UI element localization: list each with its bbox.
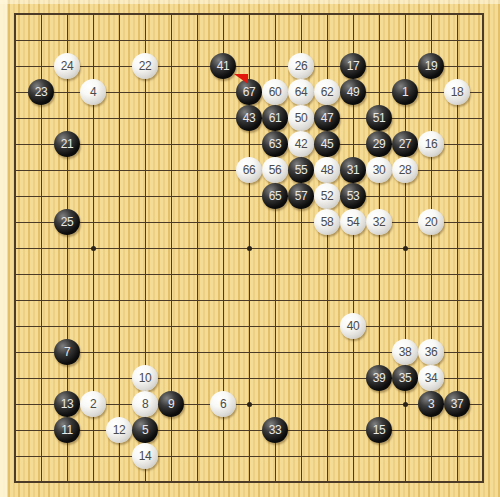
intersection-C13[interactable] (54, 157, 80, 183)
intersection-P19[interactable] (366, 1, 392, 27)
intersection-G13[interactable] (158, 157, 184, 183)
intersection-R13[interactable] (418, 157, 444, 183)
intersection-O11[interactable]: 54 (340, 209, 366, 235)
intersection-K4[interactable] (236, 391, 262, 417)
intersection-M5[interactable] (288, 365, 314, 391)
intersection-N2[interactable] (314, 443, 340, 469)
intersection-C7[interactable] (54, 313, 80, 339)
intersection-R10[interactable] (418, 235, 444, 261)
intersection-F9[interactable] (132, 261, 158, 287)
intersection-H13[interactable] (184, 157, 210, 183)
intersection-K9[interactable] (236, 261, 262, 287)
intersection-S9[interactable] (444, 261, 470, 287)
intersection-R8[interactable] (418, 287, 444, 313)
intersection-T7[interactable] (470, 313, 496, 339)
intersection-K15[interactable]: 43 (236, 105, 262, 131)
intersection-F6[interactable] (132, 339, 158, 365)
intersection-N5[interactable] (314, 365, 340, 391)
intersection-G15[interactable] (158, 105, 184, 131)
intersection-N9[interactable] (314, 261, 340, 287)
intersection-O2[interactable] (340, 443, 366, 469)
intersection-R11[interactable]: 20 (418, 209, 444, 235)
intersection-K7[interactable] (236, 313, 262, 339)
intersection-E10[interactable] (106, 235, 132, 261)
intersection-D11[interactable] (80, 209, 106, 235)
intersection-S4[interactable]: 37 (444, 391, 470, 417)
intersection-B4[interactable] (28, 391, 54, 417)
intersection-M13[interactable]: 55 (288, 157, 314, 183)
intersection-C17[interactable]: 24 (54, 53, 80, 79)
intersection-O9[interactable] (340, 261, 366, 287)
intersection-M12[interactable]: 57 (288, 183, 314, 209)
intersection-L13[interactable]: 56 (262, 157, 288, 183)
intersection-M19[interactable] (288, 1, 314, 27)
intersection-C18[interactable] (54, 27, 80, 53)
intersection-L15[interactable]: 61 (262, 105, 288, 131)
intersection-B1[interactable] (28, 469, 54, 495)
intersection-B11[interactable] (28, 209, 54, 235)
intersection-S12[interactable] (444, 183, 470, 209)
intersection-H19[interactable] (184, 1, 210, 27)
intersection-L4[interactable] (262, 391, 288, 417)
intersection-Q18[interactable] (392, 27, 418, 53)
intersection-R4[interactable]: 3 (418, 391, 444, 417)
intersection-Q7[interactable] (392, 313, 418, 339)
intersection-M2[interactable] (288, 443, 314, 469)
intersection-H6[interactable] (184, 339, 210, 365)
intersection-R16[interactable] (418, 79, 444, 105)
intersection-S5[interactable] (444, 365, 470, 391)
intersection-N19[interactable] (314, 1, 340, 27)
intersection-H12[interactable] (184, 183, 210, 209)
intersection-B3[interactable] (28, 417, 54, 443)
intersection-H11[interactable] (184, 209, 210, 235)
intersection-L2[interactable] (262, 443, 288, 469)
intersection-K12[interactable] (236, 183, 262, 209)
intersection-K13[interactable]: 66 (236, 157, 262, 183)
intersection-Q13[interactable]: 28 (392, 157, 418, 183)
intersection-E6[interactable] (106, 339, 132, 365)
intersection-N8[interactable] (314, 287, 340, 313)
intersection-B19[interactable] (28, 1, 54, 27)
intersection-P5[interactable]: 39 (366, 365, 392, 391)
intersection-F3[interactable]: 5 (132, 417, 158, 443)
intersection-R17[interactable]: 19 (418, 53, 444, 79)
intersection-K10[interactable] (236, 235, 262, 261)
intersection-D12[interactable] (80, 183, 106, 209)
intersection-M11[interactable] (288, 209, 314, 235)
intersection-P7[interactable] (366, 313, 392, 339)
intersection-Q12[interactable] (392, 183, 418, 209)
intersection-E3[interactable]: 12 (106, 417, 132, 443)
intersection-B18[interactable] (28, 27, 54, 53)
intersection-H2[interactable] (184, 443, 210, 469)
intersection-G7[interactable] (158, 313, 184, 339)
intersection-N7[interactable] (314, 313, 340, 339)
intersection-L18[interactable] (262, 27, 288, 53)
intersection-P18[interactable] (366, 27, 392, 53)
intersection-S11[interactable] (444, 209, 470, 235)
intersection-G11[interactable] (158, 209, 184, 235)
intersection-L14[interactable]: 63 (262, 131, 288, 157)
intersection-F12[interactable] (132, 183, 158, 209)
intersection-S3[interactable] (444, 417, 470, 443)
intersection-T18[interactable] (470, 27, 496, 53)
intersection-K6[interactable] (236, 339, 262, 365)
intersection-F11[interactable] (132, 209, 158, 235)
intersection-B7[interactable] (28, 313, 54, 339)
intersection-K2[interactable] (236, 443, 262, 469)
intersection-T8[interactable] (470, 287, 496, 313)
intersection-R9[interactable] (418, 261, 444, 287)
intersection-R12[interactable] (418, 183, 444, 209)
intersection-T2[interactable] (470, 443, 496, 469)
intersection-K8[interactable] (236, 287, 262, 313)
intersection-R7[interactable] (418, 313, 444, 339)
intersection-H17[interactable] (184, 53, 210, 79)
intersection-C3[interactable]: 11 (54, 417, 80, 443)
intersection-J18[interactable] (210, 27, 236, 53)
intersection-P6[interactable] (366, 339, 392, 365)
intersection-M9[interactable] (288, 261, 314, 287)
intersection-J1[interactable] (210, 469, 236, 495)
intersection-N10[interactable] (314, 235, 340, 261)
intersection-D9[interactable] (80, 261, 106, 287)
intersection-L17[interactable] (262, 53, 288, 79)
intersection-P8[interactable] (366, 287, 392, 313)
intersection-O8[interactable] (340, 287, 366, 313)
intersection-D3[interactable] (80, 417, 106, 443)
intersection-H9[interactable] (184, 261, 210, 287)
intersection-N11[interactable]: 58 (314, 209, 340, 235)
intersection-O4[interactable] (340, 391, 366, 417)
intersection-L5[interactable] (262, 365, 288, 391)
intersection-P2[interactable] (366, 443, 392, 469)
intersection-T19[interactable] (470, 1, 496, 27)
intersection-D16[interactable]: 4 (80, 79, 106, 105)
intersection-G18[interactable] (158, 27, 184, 53)
intersection-T15[interactable] (470, 105, 496, 131)
intersection-T4[interactable] (470, 391, 496, 417)
intersection-D13[interactable] (80, 157, 106, 183)
intersection-P12[interactable] (366, 183, 392, 209)
intersection-S17[interactable] (444, 53, 470, 79)
intersection-N15[interactable]: 47 (314, 105, 340, 131)
intersection-J19[interactable] (210, 1, 236, 27)
intersection-M18[interactable] (288, 27, 314, 53)
intersection-E9[interactable] (106, 261, 132, 287)
intersection-P16[interactable] (366, 79, 392, 105)
intersection-K11[interactable] (236, 209, 262, 235)
intersection-B10[interactable] (28, 235, 54, 261)
intersection-B17[interactable] (28, 53, 54, 79)
intersection-T10[interactable] (470, 235, 496, 261)
intersection-F2[interactable]: 14 (132, 443, 158, 469)
intersection-C1[interactable] (54, 469, 80, 495)
intersection-B13[interactable] (28, 157, 54, 183)
intersection-H5[interactable] (184, 365, 210, 391)
intersection-O13[interactable]: 31 (340, 157, 366, 183)
intersection-D15[interactable] (80, 105, 106, 131)
intersection-C12[interactable] (54, 183, 80, 209)
intersection-O1[interactable] (340, 469, 366, 495)
intersection-L7[interactable] (262, 313, 288, 339)
intersection-K1[interactable] (236, 469, 262, 495)
intersection-N12[interactable]: 52 (314, 183, 340, 209)
intersection-C2[interactable] (54, 443, 80, 469)
intersection-R14[interactable]: 16 (418, 131, 444, 157)
intersection-O14[interactable] (340, 131, 366, 157)
intersection-F18[interactable] (132, 27, 158, 53)
intersection-F19[interactable] (132, 1, 158, 27)
intersection-C5[interactable] (54, 365, 80, 391)
intersection-J12[interactable] (210, 183, 236, 209)
intersection-C15[interactable] (54, 105, 80, 131)
intersection-T16[interactable] (470, 79, 496, 105)
intersection-H8[interactable] (184, 287, 210, 313)
intersection-C8[interactable] (54, 287, 80, 313)
intersection-M7[interactable] (288, 313, 314, 339)
intersection-J6[interactable] (210, 339, 236, 365)
intersection-D1[interactable] (80, 469, 106, 495)
intersection-J17[interactable]: 41 (210, 53, 236, 79)
intersection-L8[interactable] (262, 287, 288, 313)
intersection-O17[interactable]: 17 (340, 53, 366, 79)
intersection-M8[interactable] (288, 287, 314, 313)
intersection-C16[interactable] (54, 79, 80, 105)
intersection-P11[interactable]: 32 (366, 209, 392, 235)
intersection-S2[interactable] (444, 443, 470, 469)
intersection-L9[interactable] (262, 261, 288, 287)
intersection-H4[interactable] (184, 391, 210, 417)
intersection-E18[interactable] (106, 27, 132, 53)
intersection-D10[interactable] (80, 235, 106, 261)
intersection-M17[interactable]: 26 (288, 53, 314, 79)
intersection-E1[interactable] (106, 469, 132, 495)
intersection-H10[interactable] (184, 235, 210, 261)
intersection-P14[interactable]: 29 (366, 131, 392, 157)
intersection-T1[interactable] (470, 469, 496, 495)
intersection-Q5[interactable]: 35 (392, 365, 418, 391)
intersection-D14[interactable] (80, 131, 106, 157)
intersection-L12[interactable]: 65 (262, 183, 288, 209)
intersection-Q4[interactable] (392, 391, 418, 417)
intersection-S18[interactable] (444, 27, 470, 53)
intersection-K14[interactable] (236, 131, 262, 157)
intersection-T6[interactable] (470, 339, 496, 365)
intersection-R5[interactable]: 34 (418, 365, 444, 391)
intersection-Q2[interactable] (392, 443, 418, 469)
intersection-J3[interactable] (210, 417, 236, 443)
intersection-D18[interactable] (80, 27, 106, 53)
intersection-P13[interactable]: 30 (366, 157, 392, 183)
intersection-J14[interactable] (210, 131, 236, 157)
intersection-K18[interactable] (236, 27, 262, 53)
intersection-O7[interactable]: 40 (340, 313, 366, 339)
intersection-T13[interactable] (470, 157, 496, 183)
intersection-Q19[interactable] (392, 1, 418, 27)
intersection-B2[interactable] (28, 443, 54, 469)
intersection-P3[interactable]: 15 (366, 417, 392, 443)
intersection-F14[interactable] (132, 131, 158, 157)
intersection-F8[interactable] (132, 287, 158, 313)
intersection-J13[interactable] (210, 157, 236, 183)
intersection-M3[interactable] (288, 417, 314, 443)
intersection-M1[interactable] (288, 469, 314, 495)
intersection-L11[interactable] (262, 209, 288, 235)
intersection-O18[interactable] (340, 27, 366, 53)
intersection-Q10[interactable] (392, 235, 418, 261)
intersection-N3[interactable] (314, 417, 340, 443)
intersection-D6[interactable] (80, 339, 106, 365)
intersection-K17[interactable] (236, 53, 262, 79)
intersection-Q9[interactable] (392, 261, 418, 287)
intersection-M15[interactable]: 50 (288, 105, 314, 131)
intersection-G9[interactable] (158, 261, 184, 287)
intersection-F5[interactable]: 10 (132, 365, 158, 391)
intersection-C6[interactable]: 7 (54, 339, 80, 365)
intersection-P9[interactable] (366, 261, 392, 287)
intersection-J11[interactable] (210, 209, 236, 235)
intersection-N6[interactable] (314, 339, 340, 365)
intersection-R18[interactable] (418, 27, 444, 53)
intersection-J10[interactable] (210, 235, 236, 261)
intersection-D2[interactable] (80, 443, 106, 469)
intersection-H7[interactable] (184, 313, 210, 339)
intersection-M6[interactable] (288, 339, 314, 365)
intersection-J8[interactable] (210, 287, 236, 313)
intersection-Q6[interactable]: 38 (392, 339, 418, 365)
intersection-E14[interactable] (106, 131, 132, 157)
intersection-H16[interactable] (184, 79, 210, 105)
intersection-T3[interactable] (470, 417, 496, 443)
intersection-N13[interactable]: 48 (314, 157, 340, 183)
intersection-Q8[interactable] (392, 287, 418, 313)
intersection-M14[interactable]: 42 (288, 131, 314, 157)
intersection-R3[interactable] (418, 417, 444, 443)
intersection-G12[interactable] (158, 183, 184, 209)
intersection-F16[interactable] (132, 79, 158, 105)
intersection-B16[interactable]: 23 (28, 79, 54, 105)
intersection-J2[interactable] (210, 443, 236, 469)
intersection-S6[interactable] (444, 339, 470, 365)
intersection-T9[interactable] (470, 261, 496, 287)
intersection-C11[interactable]: 25 (54, 209, 80, 235)
intersection-G2[interactable] (158, 443, 184, 469)
intersection-G5[interactable] (158, 365, 184, 391)
intersection-E17[interactable] (106, 53, 132, 79)
intersection-N18[interactable] (314, 27, 340, 53)
intersection-N1[interactable] (314, 469, 340, 495)
intersection-S7[interactable] (444, 313, 470, 339)
intersection-R1[interactable] (418, 469, 444, 495)
intersection-S19[interactable] (444, 1, 470, 27)
intersection-G3[interactable] (158, 417, 184, 443)
intersection-F15[interactable] (132, 105, 158, 131)
intersection-T12[interactable] (470, 183, 496, 209)
intersection-P17[interactable] (366, 53, 392, 79)
intersection-G8[interactable] (158, 287, 184, 313)
intersection-N17[interactable] (314, 53, 340, 79)
intersection-Q11[interactable] (392, 209, 418, 235)
intersection-F4[interactable]: 8 (132, 391, 158, 417)
intersection-S15[interactable] (444, 105, 470, 131)
intersection-O19[interactable] (340, 1, 366, 27)
intersection-F13[interactable] (132, 157, 158, 183)
intersection-B12[interactable] (28, 183, 54, 209)
intersection-R15[interactable] (418, 105, 444, 131)
intersection-H3[interactable] (184, 417, 210, 443)
intersection-C14[interactable]: 21 (54, 131, 80, 157)
intersection-R19[interactable] (418, 1, 444, 27)
intersection-S13[interactable] (444, 157, 470, 183)
intersection-L1[interactable] (262, 469, 288, 495)
intersection-O15[interactable] (340, 105, 366, 131)
intersection-B15[interactable] (28, 105, 54, 131)
intersection-J5[interactable] (210, 365, 236, 391)
intersection-R6[interactable]: 36 (418, 339, 444, 365)
intersection-B5[interactable] (28, 365, 54, 391)
intersection-T5[interactable] (470, 365, 496, 391)
intersection-K19[interactable] (236, 1, 262, 27)
intersection-E11[interactable] (106, 209, 132, 235)
intersection-F1[interactable] (132, 469, 158, 495)
intersection-Q14[interactable]: 27 (392, 131, 418, 157)
intersection-O10[interactable] (340, 235, 366, 261)
intersection-C19[interactable] (54, 1, 80, 27)
intersection-H15[interactable] (184, 105, 210, 131)
intersection-L19[interactable] (262, 1, 288, 27)
intersection-E5[interactable] (106, 365, 132, 391)
intersection-G17[interactable] (158, 53, 184, 79)
intersection-J9[interactable] (210, 261, 236, 287)
intersection-O3[interactable] (340, 417, 366, 443)
intersection-Q3[interactable] (392, 417, 418, 443)
intersection-F17[interactable]: 22 (132, 53, 158, 79)
intersection-B8[interactable] (28, 287, 54, 313)
intersection-N4[interactable] (314, 391, 340, 417)
intersection-F10[interactable] (132, 235, 158, 261)
intersection-E16[interactable] (106, 79, 132, 105)
intersection-C9[interactable] (54, 261, 80, 287)
intersection-R2[interactable] (418, 443, 444, 469)
intersection-L6[interactable] (262, 339, 288, 365)
intersection-J7[interactable] (210, 313, 236, 339)
intersection-J16[interactable] (210, 79, 236, 105)
intersection-E7[interactable] (106, 313, 132, 339)
intersection-Q1[interactable] (392, 469, 418, 495)
intersection-T17[interactable] (470, 53, 496, 79)
intersection-P15[interactable]: 51 (366, 105, 392, 131)
intersection-K16[interactable]: 67 (236, 79, 262, 105)
intersection-P4[interactable] (366, 391, 392, 417)
intersection-E12[interactable] (106, 183, 132, 209)
intersection-E15[interactable] (106, 105, 132, 131)
intersection-D7[interactable] (80, 313, 106, 339)
intersection-M10[interactable] (288, 235, 314, 261)
intersection-B9[interactable] (28, 261, 54, 287)
intersection-C4[interactable]: 13 (54, 391, 80, 417)
intersection-K5[interactable] (236, 365, 262, 391)
intersection-S10[interactable] (444, 235, 470, 261)
intersection-J4[interactable]: 6 (210, 391, 236, 417)
intersection-G10[interactable] (158, 235, 184, 261)
intersection-E19[interactable] (106, 1, 132, 27)
intersection-O5[interactable] (340, 365, 366, 391)
intersection-H18[interactable] (184, 27, 210, 53)
intersection-E2[interactable] (106, 443, 132, 469)
intersection-P1[interactable] (366, 469, 392, 495)
